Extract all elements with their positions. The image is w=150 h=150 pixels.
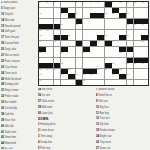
white-square[interactable]: 46 [46,47,53,52]
clue: 54 Not fresh [38,88,93,92]
black-square [76,41,83,46]
white-square[interactable] [141,8,148,13]
clue-number: 17 [1,36,4,39]
cell-number: 15 [68,8,70,10]
cell-number: 75 [127,74,129,76]
white-square[interactable]: 51 [134,47,141,52]
cell-number: 45 [141,41,143,43]
clue-number: 57 [38,100,41,103]
white-square[interactable]: 32 [127,24,134,29]
clue: 9 Old coin [96,100,149,104]
white-square[interactable]: 42 [54,41,61,46]
white-square[interactable]: 70 [61,74,68,79]
white-square[interactable]: 63 [46,69,53,74]
cell-number: 28 [98,19,100,21]
white-square[interactable]: 62 [39,69,46,74]
cell-number: 13 [141,2,143,4]
cell-number: 14 [39,8,41,10]
white-square[interactable]: 20 [76,13,83,18]
black-square [105,63,112,68]
white-square[interactable]: 74 [112,74,119,79]
clue-number: 21 [1,54,4,57]
white-square[interactable] [134,69,141,74]
black-square [112,69,119,74]
cell-number: 32 [127,24,129,26]
clue-number: 10 [96,106,99,109]
clue: 20 Dog's doc [1,48,36,52]
white-square[interactable]: 49 [90,47,97,52]
black-square [46,24,53,29]
cell-number: 57 [61,63,63,65]
bottom-right-clue-column: 7 Spoken aloud8 Small horse9 Old coin10 … [96,88,149,149]
cell-number: 23 [127,13,129,15]
black-square [61,8,68,13]
white-square[interactable]: 65 [68,69,75,74]
white-square[interactable] [134,41,141,46]
white-square[interactable]: 14 [39,8,46,13]
white-square[interactable]: 67 [105,69,112,74]
white-square[interactable]: 19 [61,13,68,18]
black-square [83,47,90,52]
white-square[interactable] [68,41,75,46]
white-square[interactable] [61,30,68,35]
clue: 36 Cut briskly [1,107,36,111]
white-square[interactable] [127,41,134,46]
white-square[interactable]: 60 [134,63,141,68]
clue: 10 Tiny bit [1,13,36,17]
white-square[interactable]: 37 [39,35,46,40]
cell-number: 59 [127,63,129,65]
white-square[interactable]: 23 [127,13,134,18]
clue-number: 24 [96,135,99,138]
black-square [68,74,75,79]
white-square[interactable] [54,52,61,57]
white-square[interactable] [127,30,134,35]
white-square[interactable]: 53 [61,52,68,57]
white-square[interactable]: 18 [39,13,46,18]
cell-number: 69 [39,74,41,76]
white-square[interactable]: 61 [141,63,148,68]
white-square[interactable]: 6 [83,2,90,7]
white-square[interactable] [97,58,104,63]
cell-number: 63 [46,69,48,71]
white-square[interactable] [54,80,61,85]
black-square [90,69,97,74]
white-square[interactable]: 31 [76,24,83,29]
cell-number: 51 [134,47,136,49]
white-square[interactable] [97,63,104,68]
cell-number: 17 [119,8,121,10]
white-square[interactable] [54,13,61,18]
cell-number: 37 [39,35,41,37]
cell-number: 61 [141,63,143,65]
white-square[interactable] [76,30,83,35]
black-square [141,19,148,24]
white-square[interactable]: 59 [127,63,134,68]
clue: 21 Not as much [1,54,36,58]
white-square[interactable] [83,8,90,13]
white-square[interactable] [105,24,112,29]
white-square[interactable] [134,30,141,35]
white-square[interactable]: 30 [61,24,68,29]
cell-number: 20 [76,13,78,15]
white-square[interactable]: 24 [39,19,46,24]
white-square[interactable] [105,30,112,35]
white-square[interactable] [68,63,75,68]
crossword-page: 1 Swiss peaks5 Stage part10 Tiny bit14 M… [0,0,150,150]
white-square[interactable]: 22 [112,13,119,18]
cell-number: 66 [98,69,100,71]
clue: 56 Ice unit [38,94,93,98]
white-square[interactable] [97,74,104,79]
white-square[interactable]: 5 [76,2,83,7]
white-square[interactable] [112,80,119,85]
white-square[interactable]: 43 [97,41,104,46]
white-square[interactable] [127,52,134,57]
white-square[interactable]: 52 [39,52,46,57]
black-square [127,19,134,24]
white-square[interactable]: 13 [141,2,148,7]
white-square[interactable] [112,35,119,40]
white-square[interactable]: 58 [112,63,119,68]
white-square[interactable] [105,52,112,57]
cell-number: 19 [61,13,63,15]
white-square[interactable]: 21 [105,13,112,18]
white-square[interactable] [141,80,148,85]
white-square[interactable] [112,47,119,52]
white-square[interactable] [76,69,83,74]
clue: 14 Met solo [1,19,36,23]
white-square[interactable]: 73 [90,74,97,79]
white-square[interactable] [54,74,61,79]
clue: 16 Golf goal [1,30,36,34]
black-square [54,63,61,68]
white-square[interactable] [141,69,148,74]
white-square[interactable] [97,47,104,52]
white-square[interactable] [46,35,53,40]
white-square[interactable] [68,52,75,57]
clue: 3 Trim away [38,135,93,139]
white-square[interactable]: 40 [127,35,134,40]
clue: 32 Poker stake [1,95,36,99]
white-square[interactable]: 47 [68,47,75,52]
cell-number: 42 [54,41,56,43]
white-square[interactable]: 55 [119,52,126,57]
white-square[interactable]: 68 [119,69,126,74]
white-square[interactable]: 75 [127,74,134,79]
white-square[interactable] [97,30,104,35]
black-square [76,80,83,85]
white-square[interactable] [90,24,97,29]
cell-number: 10 [119,2,121,4]
cell-number: 18 [39,13,41,15]
white-square[interactable] [83,30,90,35]
clue-number: 23 [1,66,4,69]
white-square[interactable] [90,8,97,13]
white-square[interactable] [83,63,90,68]
clue-number: 9 [96,100,98,103]
white-square[interactable] [68,58,75,63]
white-square[interactable] [134,52,141,57]
black-square [76,19,83,24]
clue-number: 1 [38,123,40,126]
clue-number: 33 [1,101,4,104]
black-square [39,47,46,52]
white-square[interactable]: 11 [127,2,134,7]
white-square[interactable] [112,58,119,63]
white-square[interactable] [141,47,148,52]
clue-number: 5 [1,7,3,10]
cell-number: 34 [141,24,143,26]
white-square[interactable] [76,63,83,68]
white-square[interactable]: 72 [83,74,90,79]
white-square[interactable] [97,8,104,13]
white-square[interactable] [76,58,83,63]
white-square[interactable] [105,19,112,24]
clue: 5 Stage part [1,7,36,11]
white-square[interactable] [90,63,97,68]
cell-number: 53 [61,52,63,54]
clue: 33 Be in debt [1,101,36,105]
black-square [127,47,134,52]
white-square[interactable] [46,41,53,46]
white-square[interactable]: 10 [119,2,126,7]
white-square[interactable] [127,80,134,85]
white-square[interactable]: 71 [76,74,83,79]
black-square [39,24,46,29]
white-square[interactable] [105,58,112,63]
clue-number: 31 [1,89,4,92]
white-square[interactable] [119,30,126,35]
white-square[interactable]: 36 [46,30,53,35]
cell-number: 43 [98,41,100,43]
white-square[interactable] [76,8,83,13]
black-square [54,24,61,29]
white-square[interactable] [46,52,53,57]
clue: 26 Held the deed [1,78,36,82]
clue-number: 26 [1,78,4,81]
white-square[interactable] [61,80,68,85]
white-square[interactable]: 33 [134,24,141,29]
white-square[interactable]: 27 [90,19,97,24]
white-square[interactable] [97,24,104,29]
down-header: DOWN: [38,117,93,121]
white-square[interactable]: 9 [112,2,119,7]
white-square[interactable]: 8 [97,2,104,7]
white-square[interactable]: 4 [68,2,75,7]
cell-number: 31 [76,24,78,26]
clue: 17 Start the pot [1,36,36,40]
white-square[interactable]: 15 [68,8,75,13]
clue: 8 Small horse [96,94,149,98]
white-square[interactable] [97,80,104,85]
clue: 15 Bread spread [1,25,36,29]
cell-number: 41 [39,41,41,43]
cell-number: 12 [134,2,136,4]
white-square[interactable] [105,80,112,85]
white-square[interactable] [127,8,134,13]
white-square[interactable] [112,30,119,35]
white-square[interactable] [119,24,126,29]
white-square[interactable] [46,8,53,13]
white-square[interactable] [112,19,119,24]
white-square[interactable]: 56 [39,58,46,63]
white-square[interactable] [46,58,53,63]
white-square[interactable]: 7 [90,2,97,7]
white-square[interactable]: 2 [46,2,53,7]
white-square[interactable] [46,13,53,18]
white-square[interactable] [90,30,97,35]
white-square[interactable] [46,19,53,24]
white-square[interactable]: 69 [39,74,46,79]
white-square[interactable] [76,35,83,40]
white-square[interactable] [54,47,61,52]
clue-number: 60 [38,112,41,115]
white-square[interactable]: 12 [134,2,141,7]
clue: 40 Idle talk [1,125,36,129]
white-square[interactable] [83,35,90,40]
black-square [90,13,97,18]
white-square[interactable]: 17 [119,8,126,13]
white-square[interactable]: 54 [83,52,90,57]
clue: 12 True fact [96,117,149,121]
white-square[interactable]: 57 [61,63,68,68]
white-square[interactable] [68,80,75,85]
cell-number: 9 [112,2,113,4]
white-square[interactable] [76,52,83,57]
clue: 27 Deep cut [96,147,149,149]
white-square[interactable]: 39 [105,35,112,40]
white-square[interactable]: 25 [68,19,75,24]
white-square[interactable] [61,19,68,24]
white-square[interactable] [105,74,112,79]
black-square [61,69,68,74]
white-square[interactable] [61,58,68,63]
cell-number: 60 [134,63,136,65]
white-square[interactable] [46,80,53,85]
cell-number: 49 [90,47,92,49]
white-square[interactable]: 44 [112,41,119,46]
white-square[interactable] [54,30,61,35]
black-square [134,58,141,63]
black-square [97,35,104,40]
cell-number: 47 [68,47,70,49]
white-square[interactable]: 48 [76,47,83,52]
white-square[interactable] [134,80,141,85]
white-square[interactable]: 38 [68,35,75,40]
black-square [83,69,90,74]
white-square[interactable]: 50 [105,47,112,52]
white-square[interactable] [54,19,61,24]
white-square[interactable] [46,74,53,79]
white-square[interactable] [119,80,126,85]
white-square[interactable] [90,80,97,85]
cell-number: 67 [105,69,107,71]
clue: 10 Big fuss [96,106,149,110]
white-square[interactable] [90,58,97,63]
white-square[interactable] [112,24,119,29]
white-square[interactable] [141,52,148,57]
white-square[interactable] [97,52,104,57]
white-square[interactable] [119,63,126,68]
cell-number: 4 [68,2,69,4]
white-square[interactable] [54,58,61,63]
white-square[interactable]: 66 [97,69,104,74]
white-square[interactable] [134,74,141,79]
cell-number: 1 [39,2,40,4]
cell-number: 22 [112,13,114,15]
clue-number: 8 [96,94,98,97]
white-square[interactable]: 16 [105,8,112,13]
black-square [105,41,112,46]
white-square[interactable] [83,24,90,29]
white-square[interactable] [90,35,97,40]
cell-number: 77 [83,80,85,82]
white-square[interactable] [90,52,97,57]
white-square[interactable] [141,30,148,35]
white-square[interactable] [83,41,90,46]
clue: 38 Cab fee [1,113,36,117]
black-square [46,63,53,68]
white-square[interactable] [61,41,68,46]
white-square[interactable]: 64 [54,69,61,74]
white-square[interactable]: 34 [141,24,148,29]
clue-number: 58 [38,106,41,109]
clue-number: 14 [1,19,4,22]
white-square[interactable] [119,58,126,63]
clue: 57 Gala event [38,100,93,104]
white-square[interactable]: 29 [119,19,126,24]
white-square[interactable] [54,8,61,13]
clue: 45 Bar bill [1,148,36,149]
white-square[interactable] [68,30,75,35]
white-square[interactable]: 26 [83,19,90,24]
white-square[interactable] [83,58,90,63]
white-square[interactable]: 1 [39,2,46,7]
clue-number: 24 [1,72,4,75]
white-square[interactable] [141,13,148,18]
black-square [90,41,97,46]
white-square[interactable] [134,35,141,40]
white-square[interactable] [61,2,68,7]
white-square[interactable]: 45 [141,41,148,46]
white-square[interactable]: 76 [39,80,46,85]
cell-number: 72 [83,74,85,76]
white-square[interactable]: 41 [39,41,46,46]
white-square[interactable] [68,24,75,29]
white-square[interactable]: 3 [54,2,61,7]
clue-number: 4 [38,141,40,144]
white-square[interactable]: 77 [83,80,90,85]
white-square[interactable] [141,74,148,79]
clue-number: 5 [38,147,40,149]
cell-number: 52 [39,52,41,54]
clue-number: 40 [1,125,4,128]
white-square[interactable] [134,13,141,18]
white-square[interactable] [119,41,126,46]
clue-number: 54 [38,88,41,91]
white-square[interactable]: 35 [39,30,46,35]
clue: 24 Bright star [96,135,149,139]
white-square[interactable]: 28 [97,19,104,24]
white-square[interactable] [83,13,90,18]
white-square[interactable] [134,8,141,13]
white-square[interactable] [127,69,134,74]
cell-number: 5 [76,2,77,4]
clue: 2 Lotion base [38,129,93,133]
white-square[interactable] [112,52,119,57]
clue: 41 Stale item [1,131,36,135]
